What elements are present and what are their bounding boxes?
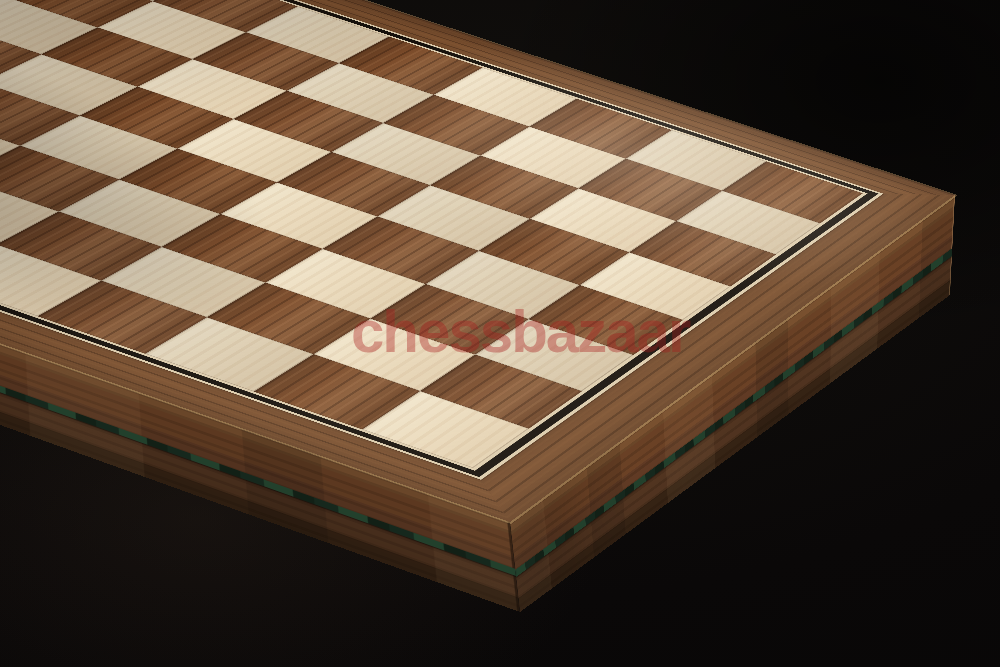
watermark-text: chessbazaar xyxy=(351,302,689,362)
photo-stage: chessbazaar xyxy=(0,0,1000,667)
